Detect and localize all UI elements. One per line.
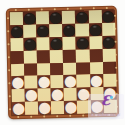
- board-cell[interactable]: [76, 62, 89, 75]
- board-cell[interactable]: [76, 49, 89, 62]
- board-cell[interactable]: [63, 36, 76, 49]
- board-cell[interactable]: ●: [75, 10, 88, 23]
- board-cell[interactable]: ●: [10, 25, 23, 38]
- black-piece[interactable]: ●: [102, 36, 115, 49]
- frame-coordinate-tick: [80, 8, 82, 10]
- black-piece[interactable]: ●: [101, 10, 114, 23]
- black-piece[interactable]: ●: [50, 37, 63, 50]
- black-piece[interactable]: ●: [23, 12, 36, 25]
- board-cell[interactable]: [63, 49, 76, 62]
- frame-coordinate-tick: [92, 7, 94, 9]
- black-piece[interactable]: ●: [49, 11, 62, 24]
- frame-coordinate-tick: [115, 67, 117, 69]
- board-cell[interactable]: [102, 48, 115, 61]
- board-cell[interactable]: ●: [90, 74, 103, 87]
- board-cell[interactable]: ●: [36, 24, 49, 37]
- frame-coordinate-tick: [115, 41, 117, 43]
- white-piece[interactable]: ●: [12, 102, 25, 115]
- white-piece[interactable]: ●: [90, 100, 103, 113]
- frame-coordinate-tick: [95, 115, 97, 117]
- frame-coordinate-tick: [7, 31, 9, 33]
- board-cell[interactable]: [50, 62, 63, 75]
- white-piece[interactable]: ●: [37, 76, 50, 89]
- black-piece[interactable]: ●: [89, 23, 102, 36]
- black-piece[interactable]: ●: [75, 10, 88, 23]
- frame-coordinate-tick: [41, 9, 43, 11]
- board-cell[interactable]: ●: [76, 36, 89, 49]
- board-cell[interactable]: [24, 63, 37, 76]
- frame-coordinate-tick: [108, 114, 110, 116]
- scene: ●●●●●●●●●●●●●●●●●●●●●●●● Ɛ e-szachownica…: [0, 0, 125, 125]
- board-cell[interactable]: ●: [11, 76, 24, 89]
- frame-coordinate-tick: [69, 115, 71, 117]
- frame-coordinate-tick: [8, 69, 10, 71]
- frame-coordinate-tick: [82, 115, 84, 117]
- white-piece[interactable]: ●: [51, 88, 64, 101]
- frame-coordinate-tick: [115, 54, 117, 56]
- board-cell[interactable]: [51, 101, 64, 114]
- board-cell[interactable]: ●: [102, 36, 115, 49]
- frame-coordinate-tick: [105, 7, 107, 9]
- frame-coordinate-tick: [116, 80, 118, 82]
- white-piece[interactable]: ●: [11, 76, 24, 89]
- frame-coordinate-tick: [54, 8, 56, 10]
- board-cell[interactable]: [37, 37, 50, 50]
- white-piece[interactable]: ●: [103, 87, 116, 100]
- board-cell[interactable]: ●: [38, 101, 51, 114]
- black-piece[interactable]: ●: [36, 24, 49, 37]
- board-cell[interactable]: ●: [64, 101, 77, 114]
- white-piece[interactable]: ●: [77, 88, 90, 101]
- board-cell[interactable]: [50, 50, 63, 63]
- frame-coordinate-tick: [56, 115, 58, 117]
- frame-coordinate-tick: [116, 92, 118, 94]
- board-cell[interactable]: [77, 101, 90, 114]
- board-cell[interactable]: [37, 50, 50, 63]
- white-piece[interactable]: ●: [38, 101, 51, 114]
- frame-coordinate-tick: [67, 8, 69, 10]
- frame-coordinate-tick: [43, 116, 45, 118]
- board-cell[interactable]: [104, 100, 117, 113]
- board-cell[interactable]: ●: [50, 37, 63, 50]
- black-piece[interactable]: ●: [10, 25, 23, 38]
- black-piece[interactable]: ●: [76, 36, 89, 49]
- black-piece[interactable]: ●: [62, 24, 75, 37]
- frame-coordinate-tick: [15, 9, 17, 11]
- board-cell[interactable]: [10, 38, 23, 51]
- board-cell[interactable]: [89, 49, 102, 62]
- board-cell[interactable]: ●: [51, 88, 64, 101]
- board-cell[interactable]: ●: [64, 75, 77, 88]
- board-cell[interactable]: ●: [23, 12, 36, 25]
- frame-coordinate-tick: [9, 95, 11, 97]
- board-cell[interactable]: ●: [24, 37, 37, 50]
- board-cell[interactable]: [25, 102, 38, 115]
- frame-coordinate-tick: [7, 18, 9, 20]
- board-cell[interactable]: ●: [90, 100, 103, 113]
- frame-coordinate-tick: [115, 28, 117, 30]
- frame-coordinate-tick: [9, 82, 11, 84]
- black-piece[interactable]: ●: [24, 37, 37, 50]
- board-cell[interactable]: [24, 50, 37, 63]
- frame-coordinate-tick: [116, 105, 118, 107]
- white-piece[interactable]: ●: [64, 101, 77, 114]
- board-grid: ●●●●●●●●●●●●●●●●●●●●●●●●: [10, 10, 115, 115]
- board-cell[interactable]: [103, 61, 116, 74]
- board-cell[interactable]: ●: [103, 87, 116, 100]
- frame-coordinate-tick: [31, 116, 33, 118]
- board-cell[interactable]: [89, 36, 102, 49]
- board-cell[interactable]: ●: [101, 10, 114, 23]
- board-cell[interactable]: ●: [49, 11, 62, 24]
- frame-coordinate-tick: [8, 43, 10, 45]
- white-piece[interactable]: ●: [64, 75, 77, 88]
- board-cell[interactable]: ●: [37, 76, 50, 89]
- board-cell[interactable]: ●: [12, 102, 25, 115]
- white-piece[interactable]: ●: [25, 89, 38, 102]
- white-piece[interactable]: ●: [90, 74, 103, 87]
- board-cell[interactable]: [11, 50, 24, 63]
- board-cell[interactable]: ●: [89, 23, 102, 36]
- board-cell[interactable]: ●: [25, 89, 38, 102]
- frame-coordinate-tick: [8, 56, 10, 58]
- checkers-board: ●●●●●●●●●●●●●●●●●●●●●●●●: [6, 6, 119, 119]
- board-cell[interactable]: ●: [62, 24, 75, 37]
- board-cell[interactable]: ●: [77, 88, 90, 101]
- frame-coordinate-tick: [9, 108, 11, 110]
